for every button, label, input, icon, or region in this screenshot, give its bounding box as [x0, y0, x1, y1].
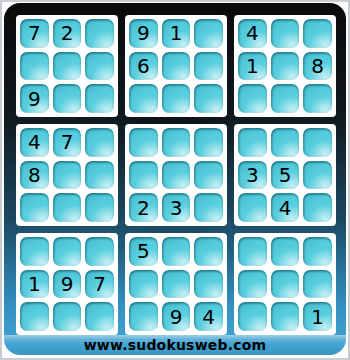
sudoku-cell-empty[interactable]: [162, 52, 191, 81]
sudoku-cell-given: 8: [303, 52, 332, 81]
sudoku-cell-given: 6: [129, 52, 158, 81]
sudoku-cell-given: 7: [85, 270, 114, 299]
sudoku-cell-empty[interactable]: [85, 237, 114, 266]
sudoku-cell-given: 4: [271, 193, 300, 222]
sudoku-cell-given: 5: [129, 237, 158, 266]
sudoku-box-5: 23: [125, 124, 227, 226]
sudoku-box-3: 418: [234, 15, 336, 117]
sudoku-cell-empty[interactable]: [129, 128, 158, 157]
sudoku-cell-empty[interactable]: [194, 52, 223, 81]
sudoku-cell-empty[interactable]: [271, 270, 300, 299]
sudoku-cell-given: 9: [53, 270, 82, 299]
sudoku-cell-given: 3: [238, 161, 267, 190]
sudoku-cell-empty[interactable]: [271, 52, 300, 81]
sudoku-cell-given: 7: [53, 128, 82, 157]
sudoku-cell-empty[interactable]: [194, 237, 223, 266]
sudoku-cell-given: 2: [129, 193, 158, 222]
sudoku-box-1: 729: [16, 15, 118, 117]
sudoku-cell-empty[interactable]: [85, 19, 114, 48]
sudoku-cell-empty[interactable]: [271, 302, 300, 331]
sudoku-cell-empty[interactable]: [238, 270, 267, 299]
sudoku-cell-empty[interactable]: [85, 302, 114, 331]
sudoku-cell-given: 3: [162, 193, 191, 222]
sudoku-cell-given: 4: [238, 19, 267, 48]
sudoku-cell-empty[interactable]: [303, 237, 332, 266]
sudoku-cell-empty[interactable]: [194, 84, 223, 113]
sudoku-cell-given: 1: [20, 270, 49, 299]
sudoku-cell-empty[interactable]: [271, 237, 300, 266]
sudoku-cell-empty[interactable]: [303, 193, 332, 222]
sudoku-cell-given: 4: [194, 302, 223, 331]
sudoku-cell-empty[interactable]: [303, 270, 332, 299]
sudoku-cell-empty[interactable]: [53, 237, 82, 266]
sudoku-cell-empty[interactable]: [129, 302, 158, 331]
sudoku-cell-empty[interactable]: [85, 161, 114, 190]
sudoku-cell-given: 4: [20, 128, 49, 157]
sudoku-cell-empty[interactable]: [53, 52, 82, 81]
sudoku-box-7: 197: [16, 233, 118, 335]
sudoku-cell-empty[interactable]: [85, 52, 114, 81]
sudoku-cell-empty[interactable]: [238, 237, 267, 266]
sudoku-cell-given: 2: [53, 19, 82, 48]
sudoku-board: 729 916 418 478 23 354 197 594 1: [16, 15, 336, 335]
sudoku-cell-empty[interactable]: [20, 302, 49, 331]
sudoku-cell-empty[interactable]: [238, 302, 267, 331]
sudoku-cell-empty[interactable]: [303, 128, 332, 157]
sudoku-cell-given: 1: [303, 302, 332, 331]
sudoku-cell-empty[interactable]: [194, 270, 223, 299]
sudoku-cell-empty[interactable]: [271, 19, 300, 48]
sudoku-box-6: 354: [234, 124, 336, 226]
sudoku-cell-empty[interactable]: [162, 237, 191, 266]
sudoku-cell-empty[interactable]: [162, 84, 191, 113]
sudoku-cell-empty[interactable]: [20, 237, 49, 266]
sudoku-cell-empty[interactable]: [238, 128, 267, 157]
sudoku-cell-empty[interactable]: [129, 270, 158, 299]
sudoku-cell-empty[interactable]: [194, 19, 223, 48]
sudoku-cell-given: 8: [20, 161, 49, 190]
sudoku-cell-empty[interactable]: [53, 302, 82, 331]
sudoku-cell-empty[interactable]: [85, 84, 114, 113]
website-url[interactable]: www.sudokusweb.com: [84, 337, 267, 353]
sudoku-box-9: 1: [234, 233, 336, 335]
sudoku-cell-empty[interactable]: [194, 128, 223, 157]
sudoku-cell-empty[interactable]: [303, 19, 332, 48]
sudoku-cell-given: 9: [162, 302, 191, 331]
footer-bar: www.sudokusweb.com: [4, 335, 346, 355]
sudoku-box-2: 916: [125, 15, 227, 117]
sudoku-cell-empty[interactable]: [20, 193, 49, 222]
sudoku-puzzle-image: 729 916 418 478 23 354 197 594 1 www.sud…: [0, 0, 350, 360]
sudoku-cell-empty[interactable]: [53, 84, 82, 113]
board-frame: 729 916 418 478 23 354 197 594 1 www.sud…: [4, 3, 346, 355]
sudoku-cell-empty[interactable]: [85, 193, 114, 222]
sudoku-cell-empty[interactable]: [271, 84, 300, 113]
sudoku-cell-empty[interactable]: [53, 161, 82, 190]
sudoku-cell-empty[interactable]: [162, 270, 191, 299]
sudoku-cell-empty[interactable]: [271, 128, 300, 157]
sudoku-cell-given: 7: [20, 19, 49, 48]
sudoku-cell-empty[interactable]: [303, 84, 332, 113]
sudoku-cell-given: 9: [20, 84, 49, 113]
sudoku-cell-empty[interactable]: [129, 84, 158, 113]
sudoku-cell-empty[interactable]: [162, 161, 191, 190]
sudoku-cell-empty[interactable]: [303, 161, 332, 190]
sudoku-cell-given: 5: [271, 161, 300, 190]
sudoku-cell-empty[interactable]: [129, 161, 158, 190]
sudoku-cell-given: 9: [129, 19, 158, 48]
sudoku-box-4: 478: [16, 124, 118, 226]
sudoku-cell-given: 1: [162, 19, 191, 48]
sudoku-cell-empty[interactable]: [162, 128, 191, 157]
sudoku-cell-empty[interactable]: [194, 193, 223, 222]
sudoku-box-8: 594: [125, 233, 227, 335]
sudoku-cell-given: 1: [238, 52, 267, 81]
sudoku-cell-empty[interactable]: [194, 161, 223, 190]
sudoku-cell-empty[interactable]: [238, 193, 267, 222]
sudoku-cell-empty[interactable]: [238, 84, 267, 113]
sudoku-cell-empty[interactable]: [20, 52, 49, 81]
sudoku-cell-empty[interactable]: [53, 193, 82, 222]
sudoku-cell-empty[interactable]: [85, 128, 114, 157]
